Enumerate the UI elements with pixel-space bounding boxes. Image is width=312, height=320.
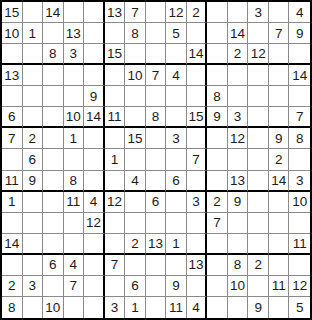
- cell-r13c4-given[interactable]: 4: [64, 255, 85, 276]
- cell-r5c10-empty[interactable]: [187, 86, 208, 107]
- cell-r14c10-empty[interactable]: [187, 276, 208, 297]
- cell-r3c10-given[interactable]: 14: [187, 44, 208, 65]
- cell-r12c3-empty[interactable]: [43, 234, 64, 255]
- cell-r7c7-given[interactable]: 15: [125, 128, 146, 149]
- cell-r8c15-empty[interactable]: [289, 149, 310, 170]
- cell-r2c2-given[interactable]: 1: [23, 23, 44, 44]
- cell-r8c6-given[interactable]: 1: [105, 149, 126, 170]
- cell-r4c3-empty[interactable]: [43, 65, 64, 86]
- cell-r15c3-given[interactable]: 10: [43, 297, 64, 318]
- cell-r2c3-empty[interactable]: [43, 23, 64, 44]
- cell-r14c14-given[interactable]: 11: [269, 276, 290, 297]
- cell-r12c15-given[interactable]: 11: [289, 234, 310, 255]
- cell-r13c3-given[interactable]: 6: [43, 255, 64, 276]
- cell-r12c1-given[interactable]: 14: [2, 234, 23, 255]
- cell-r4c13-empty[interactable]: [248, 65, 269, 86]
- cell-r1c4-empty[interactable]: [64, 2, 85, 23]
- cell-r15c10-given[interactable]: 4: [187, 297, 208, 318]
- cell-r1c2-empty[interactable]: [23, 2, 44, 23]
- cell-r8c14-given[interactable]: 2: [269, 149, 290, 170]
- cell-r11c10-empty[interactable]: [187, 213, 208, 234]
- cell-r6c6-given[interactable]: 11: [105, 107, 126, 128]
- cell-r9c2-given[interactable]: 9: [23, 171, 44, 192]
- cell-r15c12-empty[interactable]: [228, 297, 249, 318]
- cell-r10c6-given[interactable]: 12: [105, 192, 126, 213]
- cell-r13c8-empty[interactable]: [146, 255, 167, 276]
- cell-r8c8-empty[interactable]: [146, 149, 167, 170]
- cell-r7c6-empty[interactable]: [105, 128, 126, 149]
- cell-r7c11-empty[interactable]: [207, 128, 228, 149]
- cell-r14c5-empty[interactable]: [84, 276, 105, 297]
- cell-r14c2-given[interactable]: 3: [23, 276, 44, 297]
- cell-r3c14-empty[interactable]: [269, 44, 290, 65]
- cell-r12c12-empty[interactable]: [228, 234, 249, 255]
- cell-r11c3-empty[interactable]: [43, 213, 64, 234]
- cell-r5c11-given[interactable]: 8: [207, 86, 228, 107]
- cell-r12c6-empty[interactable]: [105, 234, 126, 255]
- cell-r4c9-given[interactable]: 4: [166, 65, 187, 86]
- cell-r7c4-given[interactable]: 1: [64, 128, 85, 149]
- cell-r6c7-empty[interactable]: [125, 107, 146, 128]
- cell-r8c2-given[interactable]: 6: [23, 149, 44, 170]
- cell-r2c6-empty[interactable]: [105, 23, 126, 44]
- cell-r6c1-given[interactable]: 6: [2, 107, 23, 128]
- cell-r8c1-empty[interactable]: [2, 149, 23, 170]
- cell-r10c11-given[interactable]: 2: [207, 192, 228, 213]
- cell-r1c6-given[interactable]: 13: [105, 2, 126, 23]
- cell-r11c2-empty[interactable]: [23, 213, 44, 234]
- cell-r1c13-given[interactable]: 3: [248, 2, 269, 23]
- cell-r6c14-empty[interactable]: [269, 107, 290, 128]
- cell-r5c3-empty[interactable]: [43, 86, 64, 107]
- cell-r15c5-empty[interactable]: [84, 297, 105, 318]
- cell-r14c6-empty[interactable]: [105, 276, 126, 297]
- cell-r15c4-empty[interactable]: [64, 297, 85, 318]
- cell-r3c11-empty[interactable]: [207, 44, 228, 65]
- cell-r9c11-empty[interactable]: [207, 171, 228, 192]
- cell-r9c7-given[interactable]: 4: [125, 171, 146, 192]
- sudoku-board: 1514137122341011385147983151421213107414…: [0, 0, 312, 320]
- cell-r6c8-given[interactable]: 8: [146, 107, 167, 128]
- cell-r14c3-empty[interactable]: [43, 276, 64, 297]
- cell-r11c7-empty[interactable]: [125, 213, 146, 234]
- cell-r4c7-given[interactable]: 10: [125, 65, 146, 86]
- cell-r10c8-given[interactable]: 6: [146, 192, 167, 213]
- cell-r14c15-given[interactable]: 12: [289, 276, 310, 297]
- cell-r2c5-empty[interactable]: [84, 23, 105, 44]
- cell-r9c14-given[interactable]: 14: [269, 171, 290, 192]
- cell-r3c6-given[interactable]: 15: [105, 44, 126, 65]
- cell-r11c5-given[interactable]: 12: [84, 213, 105, 234]
- cell-r14c4-given[interactable]: 7: [64, 276, 85, 297]
- cell-r5c13-empty[interactable]: [248, 86, 269, 107]
- cell-r9c6-empty[interactable]: [105, 171, 126, 192]
- cell-r9c3-empty[interactable]: [43, 171, 64, 192]
- cell-r2c7-given[interactable]: 8: [125, 23, 146, 44]
- cell-r6c10-given[interactable]: 15: [187, 107, 208, 128]
- cell-r6c11-given[interactable]: 9: [207, 107, 228, 128]
- cell-r4c1-given[interactable]: 13: [2, 65, 23, 86]
- cell-r9c13-empty[interactable]: [248, 171, 269, 192]
- cell-r5c5-given[interactable]: 9: [84, 86, 105, 107]
- cell-r11c9-empty[interactable]: [166, 213, 187, 234]
- cell-r12c13-empty[interactable]: [248, 234, 269, 255]
- cell-r9c4-given[interactable]: 8: [64, 171, 85, 192]
- cell-r10c2-empty[interactable]: [23, 192, 44, 213]
- cell-r9c8-empty[interactable]: [146, 171, 167, 192]
- cell-r11c13-empty[interactable]: [248, 213, 269, 234]
- cell-r4c10-empty[interactable]: [187, 65, 208, 86]
- cell-r2c1-given[interactable]: 10: [2, 23, 23, 44]
- cell-r13c14-empty[interactable]: [269, 255, 290, 276]
- cell-r12c10-empty[interactable]: [187, 234, 208, 255]
- cell-r7c1-given[interactable]: 7: [2, 128, 23, 149]
- cell-r3c2-empty[interactable]: [23, 44, 44, 65]
- cell-r8c13-empty[interactable]: [248, 149, 269, 170]
- cell-r8c9-empty[interactable]: [166, 149, 187, 170]
- cell-r3c5-empty[interactable]: [84, 44, 105, 65]
- cell-r2c11-empty[interactable]: [207, 23, 228, 44]
- cell-r4c4-empty[interactable]: [64, 65, 85, 86]
- cell-r10c14-empty[interactable]: [269, 192, 290, 213]
- cell-r5c15-empty[interactable]: [289, 86, 310, 107]
- cell-r7c9-given[interactable]: 3: [166, 128, 187, 149]
- cell-r10c1-given[interactable]: 1: [2, 192, 23, 213]
- cell-r9c12-given[interactable]: 13: [228, 171, 249, 192]
- cell-r1c7-given[interactable]: 7: [125, 2, 146, 23]
- cell-r1c11-empty[interactable]: [207, 2, 228, 23]
- cell-r2c9-given[interactable]: 5: [166, 23, 187, 44]
- cell-r2c15-given[interactable]: 9: [289, 23, 310, 44]
- cell-r5c9-empty[interactable]: [166, 86, 187, 107]
- cell-r5c6-empty[interactable]: [105, 86, 126, 107]
- cell-r15c2-empty[interactable]: [23, 297, 44, 318]
- cell-r15c6-given[interactable]: 3: [105, 297, 126, 318]
- cell-r3c7-empty[interactable]: [125, 44, 146, 65]
- cell-r6c3-empty[interactable]: [43, 107, 64, 128]
- cell-r6c2-empty[interactable]: [23, 107, 44, 128]
- cell-r11c11-given[interactable]: 7: [207, 213, 228, 234]
- cell-r15c14-empty[interactable]: [269, 297, 290, 318]
- cell-r4c2-empty[interactable]: [23, 65, 44, 86]
- cell-r1c1-given[interactable]: 15: [2, 2, 23, 23]
- cell-r3c8-empty[interactable]: [146, 44, 167, 65]
- cell-r10c9-empty[interactable]: [166, 192, 187, 213]
- cell-r9c9-given[interactable]: 6: [166, 171, 187, 192]
- cell-r4c5-empty[interactable]: [84, 65, 105, 86]
- cell-r7c5-empty[interactable]: [84, 128, 105, 149]
- cell-r6c4-given[interactable]: 10: [64, 107, 85, 128]
- cell-r8c12-empty[interactable]: [228, 149, 249, 170]
- cell-r2c4-given[interactable]: 13: [64, 23, 85, 44]
- cell-r12c14-empty[interactable]: [269, 234, 290, 255]
- cell-r4c12-empty[interactable]: [228, 65, 249, 86]
- cell-r10c3-empty[interactable]: [43, 192, 64, 213]
- cell-r13c2-empty[interactable]: [23, 255, 44, 276]
- cell-r7c3-empty[interactable]: [43, 128, 64, 149]
- cell-r10c4-given[interactable]: 11: [64, 192, 85, 213]
- cell-r14c13-empty[interactable]: [248, 276, 269, 297]
- cell-r15c9-given[interactable]: 11: [166, 297, 187, 318]
- cell-r14c1-given[interactable]: 2: [2, 276, 23, 297]
- cell-r1c9-given[interactable]: 12: [166, 2, 187, 23]
- cell-r3c1-empty[interactable]: [2, 44, 23, 65]
- cell-r11c4-empty[interactable]: [64, 213, 85, 234]
- cell-r5c14-empty[interactable]: [269, 86, 290, 107]
- cell-r8c11-empty[interactable]: [207, 149, 228, 170]
- cell-r11c15-empty[interactable]: [289, 213, 310, 234]
- cell-r8c4-empty[interactable]: [64, 149, 85, 170]
- cell-r7c10-empty[interactable]: [187, 128, 208, 149]
- cell-r12c7-given[interactable]: 2: [125, 234, 146, 255]
- cell-r11c6-empty[interactable]: [105, 213, 126, 234]
- cell-r1c12-empty[interactable]: [228, 2, 249, 23]
- cell-r2c8-empty[interactable]: [146, 23, 167, 44]
- cell-r14c7-given[interactable]: 6: [125, 276, 146, 297]
- cell-r12c4-empty[interactable]: [64, 234, 85, 255]
- cell-r5c8-empty[interactable]: [146, 86, 167, 107]
- cell-r3c3-given[interactable]: 8: [43, 44, 64, 65]
- cell-r1c8-empty[interactable]: [146, 2, 167, 23]
- cell-r14c11-empty[interactable]: [207, 276, 228, 297]
- cell-r5c7-empty[interactable]: [125, 86, 146, 107]
- cell-r15c7-given[interactable]: 1: [125, 297, 146, 318]
- cell-r7c13-empty[interactable]: [248, 128, 269, 149]
- cell-r10c13-empty[interactable]: [248, 192, 269, 213]
- cell-r9c5-empty[interactable]: [84, 171, 105, 192]
- cell-r7c2-given[interactable]: 2: [23, 128, 44, 149]
- cell-r9c1-given[interactable]: 11: [2, 171, 23, 192]
- cell-r15c1-given[interactable]: 8: [2, 297, 23, 318]
- cell-r13c12-given[interactable]: 8: [228, 255, 249, 276]
- cell-r10c15-given[interactable]: 10: [289, 192, 310, 213]
- cell-r12c5-empty[interactable]: [84, 234, 105, 255]
- cell-r13c10-given[interactable]: 13: [187, 255, 208, 276]
- cell-r8c7-empty[interactable]: [125, 149, 146, 170]
- cell-r8c5-empty[interactable]: [84, 149, 105, 170]
- cell-r15c11-empty[interactable]: [207, 297, 228, 318]
- cell-r8c10-given[interactable]: 7: [187, 149, 208, 170]
- cell-r7c12-given[interactable]: 12: [228, 128, 249, 149]
- cell-r10c5-given[interactable]: 4: [84, 192, 105, 213]
- cell-r1c10-given[interactable]: 2: [187, 2, 208, 23]
- cell-r11c12-empty[interactable]: [228, 213, 249, 234]
- cell-r6c5-given[interactable]: 14: [84, 107, 105, 128]
- cell-r5c4-empty[interactable]: [64, 86, 85, 107]
- cell-r6c13-empty[interactable]: [248, 107, 269, 128]
- cell-r2c12-given[interactable]: 14: [228, 23, 249, 44]
- cell-r4c11-empty[interactable]: [207, 65, 228, 86]
- cell-r2c10-empty[interactable]: [187, 23, 208, 44]
- cell-r15c8-empty[interactable]: [146, 297, 167, 318]
- cell-r12c2-empty[interactable]: [23, 234, 44, 255]
- cell-r13c15-empty[interactable]: [289, 255, 310, 276]
- cell-r9c15-given[interactable]: 3: [289, 171, 310, 192]
- cell-r4c14-empty[interactable]: [269, 65, 290, 86]
- cell-r15c13-given[interactable]: 9: [248, 297, 269, 318]
- cell-r7c8-empty[interactable]: [146, 128, 167, 149]
- cell-r13c7-empty[interactable]: [125, 255, 146, 276]
- cell-r2c13-empty[interactable]: [248, 23, 269, 44]
- cell-r10c10-given[interactable]: 3: [187, 192, 208, 213]
- cell-r5c1-empty[interactable]: [2, 86, 23, 107]
- cell-r1c15-given[interactable]: 4: [289, 2, 310, 23]
- cell-r14c9-given[interactable]: 9: [166, 276, 187, 297]
- cell-r3c4-given[interactable]: 3: [64, 44, 85, 65]
- cell-r6c15-given[interactable]: 7: [289, 107, 310, 128]
- cell-r12c8-given[interactable]: 13: [146, 234, 167, 255]
- cell-r13c13-given[interactable]: 2: [248, 255, 269, 276]
- cell-r5c2-empty[interactable]: [23, 86, 44, 107]
- cell-r1c14-empty[interactable]: [269, 2, 290, 23]
- cell-r3c13-given[interactable]: 12: [248, 44, 269, 65]
- cell-r1c3-given[interactable]: 14: [43, 2, 64, 23]
- cell-r11c14-empty[interactable]: [269, 213, 290, 234]
- cell-r15c15-given[interactable]: 5: [289, 297, 310, 318]
- cell-r14c12-given[interactable]: 10: [228, 276, 249, 297]
- cell-r10c7-empty[interactable]: [125, 192, 146, 213]
- cell-r3c12-given[interactable]: 2: [228, 44, 249, 65]
- cell-r4c15-given[interactable]: 14: [289, 65, 310, 86]
- cell-r3c15-empty[interactable]: [289, 44, 310, 65]
- cell-r12c11-empty[interactable]: [207, 234, 228, 255]
- cell-r13c6-given[interactable]: 7: [105, 255, 126, 276]
- cell-r2c14-given[interactable]: 7: [269, 23, 290, 44]
- cell-r13c5-empty[interactable]: [84, 255, 105, 276]
- cell-r3c9-empty[interactable]: [166, 44, 187, 65]
- cell-r13c1-empty[interactable]: [2, 255, 23, 276]
- cell-r10c12-given[interactable]: 9: [228, 192, 249, 213]
- cell-r11c8-empty[interactable]: [146, 213, 167, 234]
- cell-r5c12-empty[interactable]: [228, 86, 249, 107]
- cell-r12c9-given[interactable]: 1: [166, 234, 187, 255]
- cell-r7c15-given[interactable]: 8: [289, 128, 310, 149]
- cell-r11c1-empty[interactable]: [2, 213, 23, 234]
- cell-r1c5-empty[interactable]: [84, 2, 105, 23]
- cell-r7c14-given[interactable]: 9: [269, 128, 290, 149]
- cell-r6c12-given[interactable]: 3: [228, 107, 249, 128]
- cell-r4c6-empty[interactable]: [105, 65, 126, 86]
- cell-r4c8-given[interactable]: 7: [146, 65, 167, 86]
- cell-r14c8-empty[interactable]: [146, 276, 167, 297]
- cell-r9c10-empty[interactable]: [187, 171, 208, 192]
- cell-r13c9-empty[interactable]: [166, 255, 187, 276]
- cell-r13c11-empty[interactable]: [207, 255, 228, 276]
- cell-r6c9-empty[interactable]: [166, 107, 187, 128]
- cell-r8c3-empty[interactable]: [43, 149, 64, 170]
